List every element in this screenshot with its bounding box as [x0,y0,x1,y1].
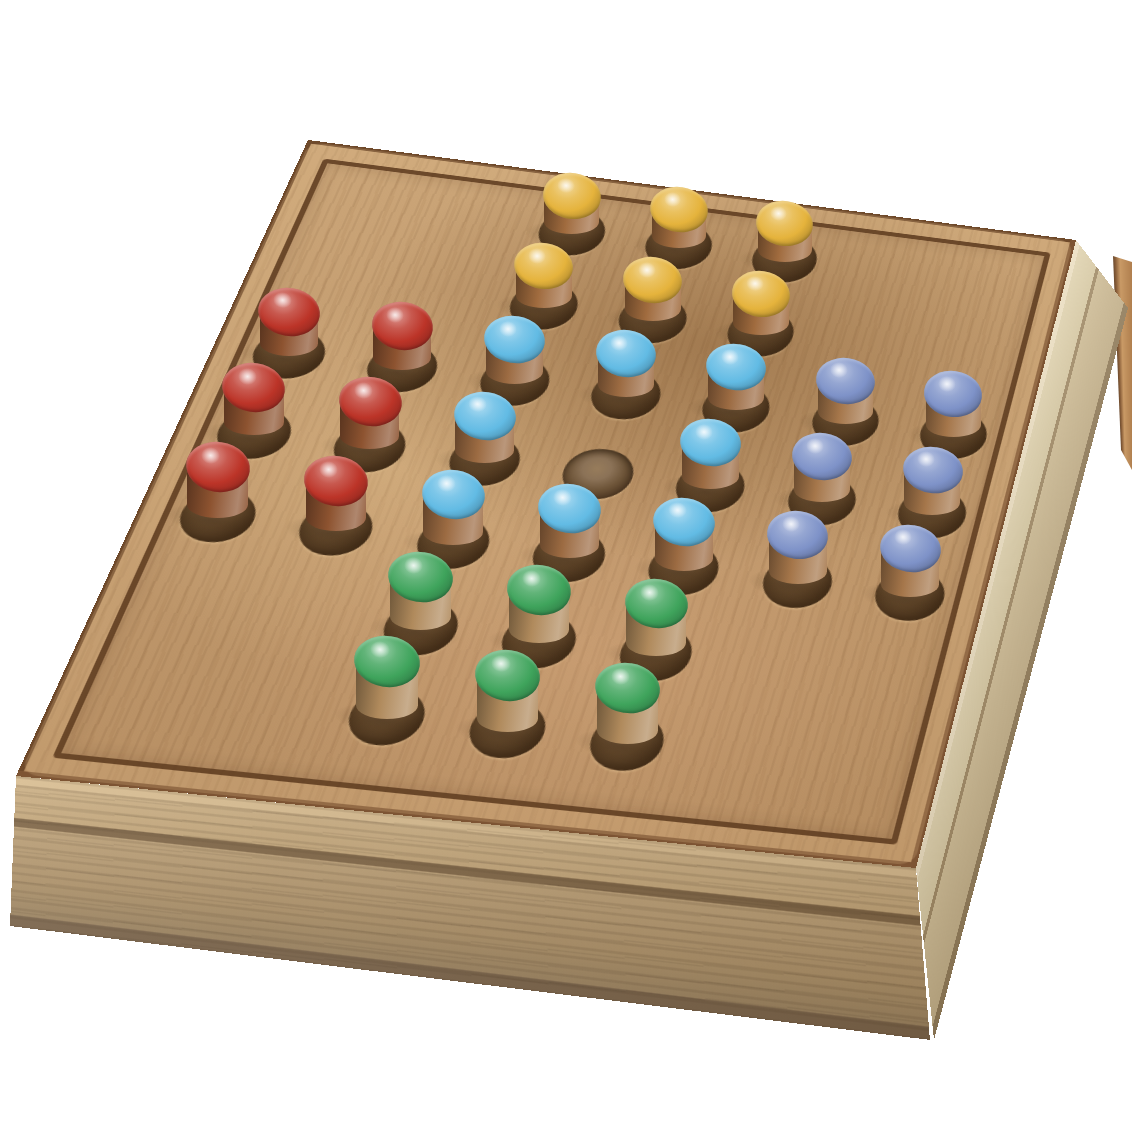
slide-lid-rail-tab [1113,256,1132,470]
corner-blank-r6c7 [817,630,955,729]
corner-blank-r1c7 [932,244,1055,329]
corner-blank-r1c6 [826,231,952,316]
peg-solitaire-box-photo [0,0,1132,1132]
corner-blank-r7c7 [792,717,933,819]
